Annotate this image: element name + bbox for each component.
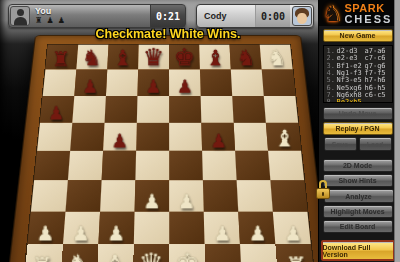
square-f2[interactable]: ♟ <box>204 211 240 243</box>
square-d4[interactable] <box>135 151 169 181</box>
checkmate-message: Checkmate! White Wins. <box>0 27 336 41</box>
analyze-button[interactable]: Analyze <box>324 189 394 203</box>
square-f5[interactable]: ♟ <box>201 123 235 151</box>
piece-black-knight-b8[interactable]: ♞ <box>82 48 101 70</box>
piece-black-pawn-a6[interactable]: ♟ <box>48 104 64 122</box>
piece-white-rook-a1[interactable]: ♜ <box>31 254 53 262</box>
square-g5[interactable] <box>234 123 268 151</box>
square-a3[interactable] <box>31 180 68 211</box>
square-c3[interactable] <box>100 180 135 211</box>
edit-board-button[interactable]: Edit Board <box>323 220 393 233</box>
square-f6[interactable] <box>201 96 234 123</box>
square-d2[interactable] <box>134 211 169 243</box>
square-g1[interactable] <box>240 244 278 262</box>
square-b4[interactable] <box>68 151 103 181</box>
square-b2[interactable]: ♟ <box>63 211 100 243</box>
white-player-name: You <box>35 7 150 16</box>
square-c6[interactable] <box>105 96 138 123</box>
download-full-version-button[interactable]: Download Full Version <box>321 240 395 261</box>
square-f1[interactable] <box>205 244 242 262</box>
square-g7[interactable] <box>231 70 264 96</box>
piece-white-pawn-h2[interactable]: ♟ <box>284 224 302 244</box>
square-b6[interactable] <box>72 96 106 123</box>
sparkchess-app: You ♜ ♟ ♟ 0:21 Cody 0:00 Checkmate! Whit… <box>0 0 400 262</box>
square-f8[interactable]: ♝ <box>199 45 231 70</box>
white-clock: 0:21 <box>150 5 185 27</box>
load-button[interactable]: Load <box>359 137 392 151</box>
square-b8[interactable]: ♞ <box>76 45 108 70</box>
player-bar-white: You ♜ ♟ ♟ 0:21 <box>8 4 186 28</box>
square-c1[interactable]: ♝ <box>97 244 134 262</box>
piece-white-bishop-h5[interactable]: ♝ <box>274 128 295 151</box>
square-h3[interactable] <box>270 180 307 211</box>
black-player-name: Cody <box>204 12 255 21</box>
square-e8[interactable]: ♚ <box>169 45 200 70</box>
square-a5[interactable] <box>37 123 72 151</box>
piece-white-pawn-f2[interactable]: ♟ <box>213 224 231 244</box>
square-c8[interactable]: ♝ <box>107 45 139 70</box>
piece-white-pawn-d3[interactable]: ♟ <box>143 192 161 212</box>
square-f4[interactable] <box>202 151 237 181</box>
square-f3[interactable] <box>203 180 238 211</box>
board-scene: ♜♞♝♛♚♝♞♞♟♟♟♟♟♟♝♟♟♟♟♟♟♟♟♜♞♝♛♚♜ <box>0 30 336 262</box>
square-d7[interactable]: ♟ <box>137 70 169 96</box>
piece-black-bishop-c8[interactable]: ♝ <box>113 48 132 70</box>
piece-black-pawn-b7[interactable]: ♟ <box>82 78 98 96</box>
highlight-moves-button[interactable]: Highlight Moves <box>323 205 393 218</box>
piece-white-knight-b1[interactable]: ♞ <box>67 252 90 262</box>
piece-white-knight-h8[interactable]: ♞ <box>267 48 286 70</box>
move-list[interactable]: 1.d2-d3a7-a62.e2-e3c7-c63.Bf1-e2g7-g64.N… <box>323 45 393 103</box>
square-b1[interactable]: ♞ <box>60 244 98 262</box>
square-e4[interactable] <box>169 151 203 181</box>
square-h8[interactable]: ♞ <box>260 45 293 70</box>
square-c5[interactable]: ♟ <box>103 123 137 151</box>
window-scrollbar[interactable] <box>394 0 400 262</box>
square-g3[interactable] <box>237 180 273 211</box>
piece-black-pawn-c5[interactable]: ♟ <box>111 132 128 151</box>
move-row: 8.Be2xh5 <box>327 99 389 103</box>
2d-mode-button[interactable]: 2D Mode <box>323 159 393 172</box>
square-d1[interactable]: ♛ <box>133 244 169 262</box>
square-g8[interactable]: ♞ <box>230 45 262 70</box>
logo-text-chess: CHESS <box>344 14 392 25</box>
square-d5[interactable] <box>136 123 169 151</box>
white-captured-pieces-tray: ♜ ♟ ♟ <box>35 17 150 25</box>
sparkchess-logo: ♞ SPARK CHESS <box>319 0 396 26</box>
black-avatar <box>292 6 312 26</box>
square-h7[interactable] <box>262 70 296 96</box>
square-d8[interactable]: ♛ <box>138 45 169 70</box>
piece-white-king-e1[interactable]: ♚ <box>175 250 200 262</box>
square-b5[interactable] <box>70 123 104 151</box>
square-f7[interactable] <box>200 70 232 96</box>
square-e7[interactable]: ♟ <box>169 70 201 96</box>
piece-black-bishop-f8[interactable]: ♝ <box>206 48 225 70</box>
board-frame: ♜♞♝♛♚♝♞♞♟♟♟♟♟♟♝♟♟♟♟♟♟♟♟♜♞♝♛♚♜ <box>6 35 330 262</box>
piece-white-pawn-e3[interactable]: ♟ <box>178 192 196 212</box>
piece-white-pawn-c2[interactable]: ♟ <box>107 224 125 244</box>
piece-white-bishop-c1[interactable]: ♝ <box>103 252 126 262</box>
square-g2[interactable]: ♟ <box>238 211 275 243</box>
square-a1[interactable]: ♜ <box>24 244 63 262</box>
square-d3[interactable]: ♟ <box>135 180 170 211</box>
square-a2[interactable]: ♟ <box>28 211 66 243</box>
square-h4[interactable] <box>268 151 304 181</box>
square-c7[interactable] <box>106 70 138 96</box>
piece-white-pawn-g2[interactable]: ♟ <box>249 224 267 244</box>
square-h1[interactable]: ♜ <box>275 244 314 262</box>
square-a6[interactable]: ♟ <box>40 96 74 123</box>
undo-move-button[interactable]: Undo Move <box>323 107 393 120</box>
piece-black-rook-a8[interactable]: ♜ <box>52 49 70 70</box>
square-e5[interactable] <box>169 123 202 151</box>
square-c4[interactable] <box>102 151 136 181</box>
square-g4[interactable] <box>235 151 270 181</box>
save-button[interactable]: Save <box>324 137 357 151</box>
piece-white-pawn-a2[interactable]: ♟ <box>36 224 54 244</box>
white-avatar <box>10 6 30 26</box>
square-e1[interactable]: ♚ <box>169 244 205 262</box>
player-bar-black: Cody 0:00 <box>196 4 314 28</box>
square-b7[interactable]: ♟ <box>74 70 107 96</box>
square-d6[interactable] <box>137 96 169 123</box>
square-h5[interactable]: ♝ <box>266 123 301 151</box>
piece-black-knight-g8[interactable]: ♞ <box>237 48 256 70</box>
replay-pgn-button[interactable]: Replay / PGN <box>323 122 393 135</box>
square-b3[interactable] <box>66 180 102 211</box>
square-e2[interactable] <box>169 211 204 243</box>
piece-white-queen-d1[interactable]: ♛ <box>139 250 164 262</box>
square-h2[interactable]: ♟ <box>273 211 311 243</box>
square-a7[interactable] <box>43 70 77 96</box>
piece-white-rook-h1[interactable]: ♜ <box>285 254 307 262</box>
square-e6[interactable] <box>169 96 201 123</box>
piece-black-pawn-f5[interactable]: ♟ <box>210 132 227 151</box>
piece-black-king-e8[interactable]: ♚ <box>174 46 195 70</box>
square-h6[interactable] <box>264 96 298 123</box>
knight-logo-icon: ♞ <box>323 3 343 25</box>
chess-board: ♜♞♝♛♚♝♞♞♟♟♟♟♟♟♝♟♟♟♟♟♟♟♟♜♞♝♛♚♜ <box>23 44 316 262</box>
square-c2[interactable]: ♟ <box>98 211 134 243</box>
piece-white-pawn-b2[interactable]: ♟ <box>72 224 90 244</box>
square-g6[interactable] <box>232 96 266 123</box>
square-a4[interactable] <box>34 151 70 181</box>
square-a8[interactable]: ♜ <box>45 45 78 70</box>
piece-black-queen-d8[interactable]: ♛ <box>143 46 164 70</box>
lock-icon <box>316 180 330 199</box>
black-clock: 0:00 <box>255 5 290 27</box>
piece-black-pawn-d7[interactable]: ♟ <box>145 78 161 96</box>
piece-black-pawn-e7[interactable]: ♟ <box>177 78 193 96</box>
square-e3[interactable]: ♟ <box>169 180 204 211</box>
game-area: You ♜ ♟ ♟ 0:21 Cody 0:00 Checkmate! Whit… <box>0 0 318 262</box>
show-hints-button[interactable]: Show Hints <box>323 174 393 187</box>
